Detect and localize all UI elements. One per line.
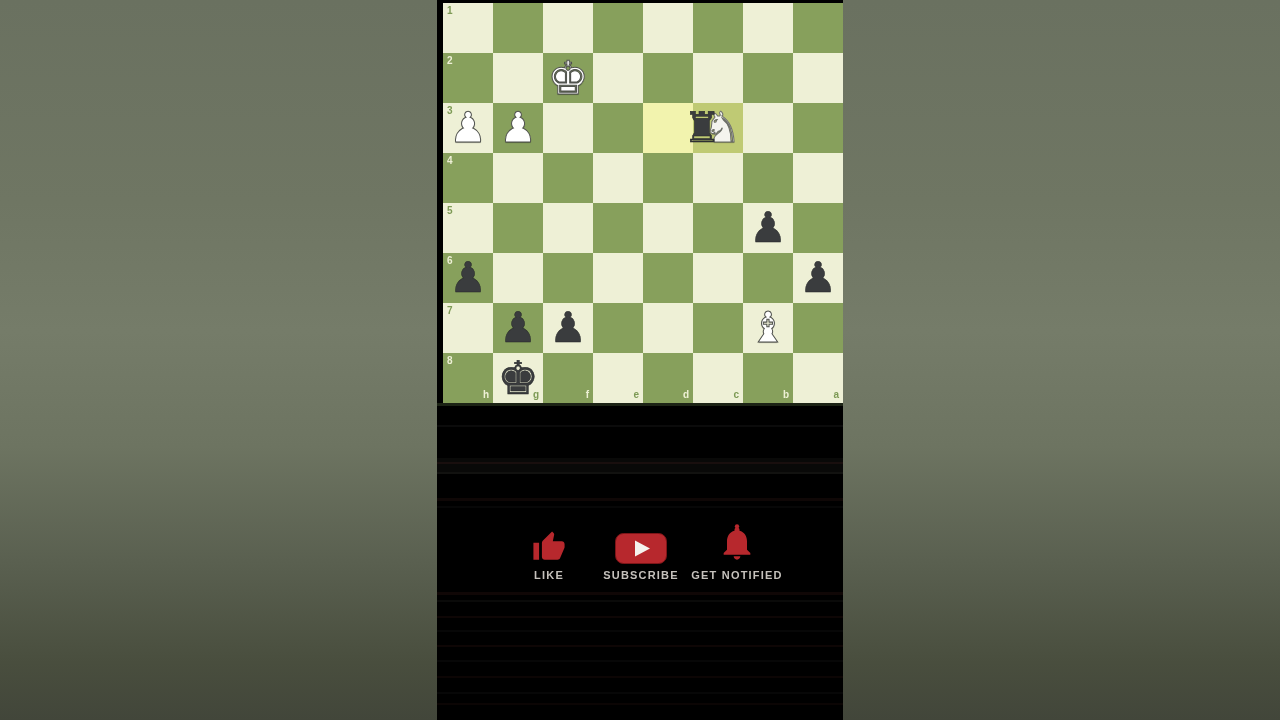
cta-overlay: LIKESUBSCRIBEGET NOTIFIED: [437, 0, 843, 720]
blurred-left-background: [0, 0, 437, 720]
bell-icon: [717, 522, 757, 564]
blurred-right-background: [843, 0, 1280, 720]
cta-get-notified-button[interactable]: GET NOTIFIED: [682, 518, 792, 581]
cta-subscribe-label: SUBSCRIBE: [591, 569, 691, 581]
thumbs-up-icon: [531, 530, 567, 564]
youtube-play-icon: [615, 533, 667, 564]
video-frame: 12♚3♟♟♞♜45♟6♟♟7♟♟♝8hg♚fedcba LIKESUBSCRI…: [0, 0, 1280, 720]
cta-like-label: LIKE: [499, 569, 599, 581]
cta-like-button[interactable]: LIKE: [499, 518, 599, 581]
video-content-column: 12♚3♟♟♞♜45♟6♟♟7♟♟♝8hg♚fedcba LIKESUBSCRI…: [437, 0, 843, 720]
cta-get-notified-label: GET NOTIFIED: [682, 569, 792, 581]
cta-subscribe-button[interactable]: SUBSCRIBE: [591, 518, 691, 581]
